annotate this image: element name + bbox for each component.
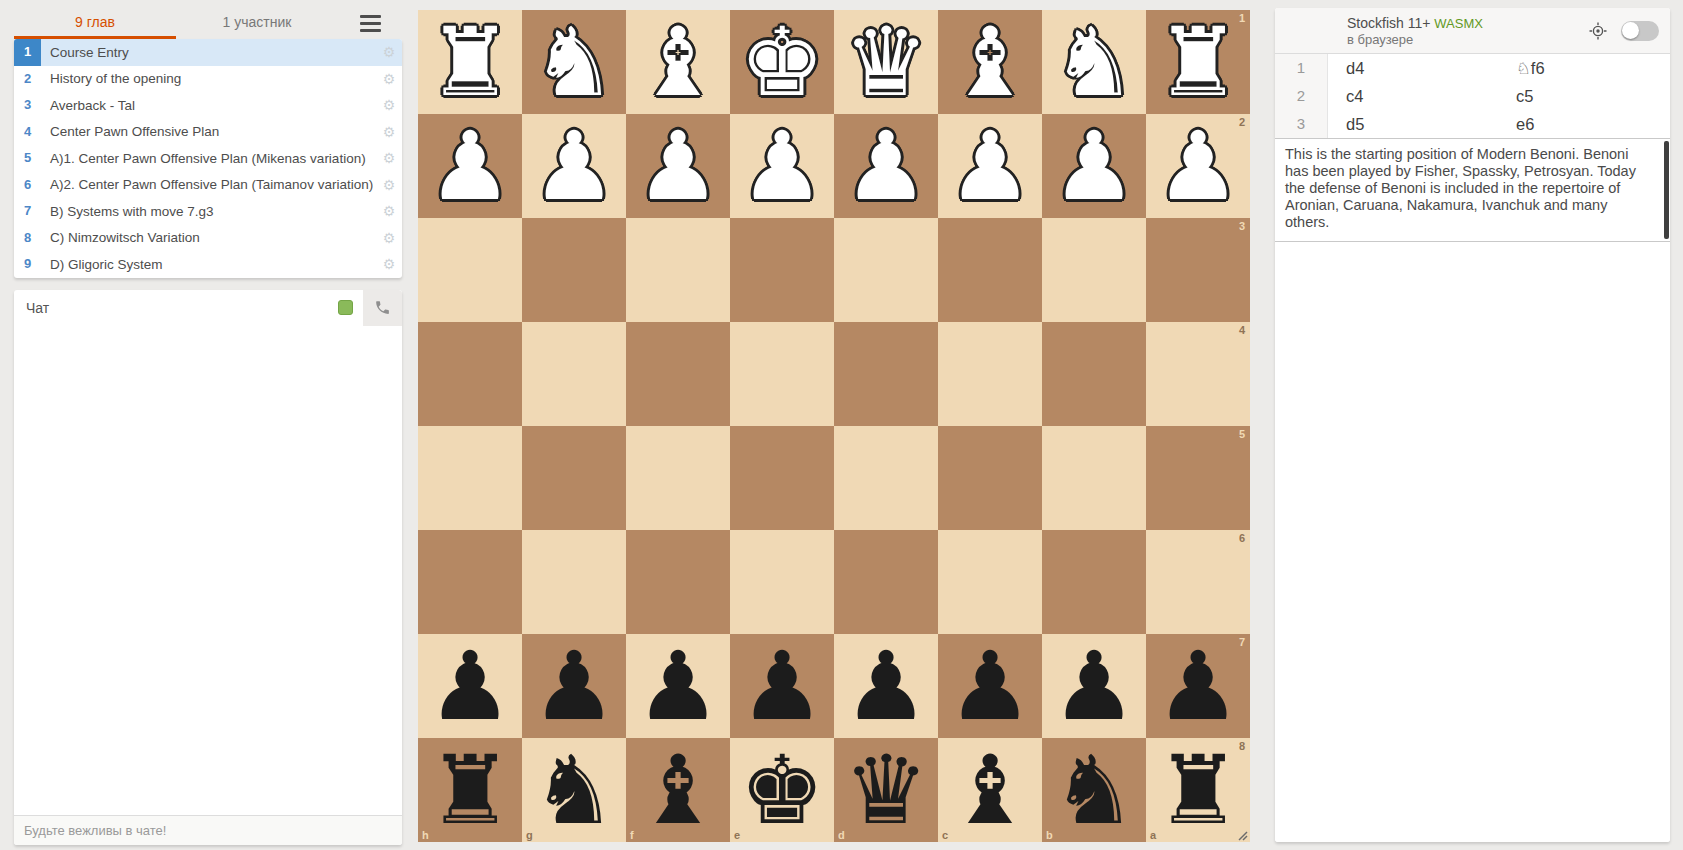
black-knight-piece[interactable]: ♞: [1051, 738, 1136, 842]
board-square[interactable]: ♞b: [1042, 738, 1146, 842]
file-label: g: [526, 829, 533, 841]
chapter-number: 5: [14, 145, 41, 172]
white-knight-piece[interactable]: ♞: [531, 10, 616, 114]
board-square[interactable]: [1042, 322, 1146, 426]
chapter-title: Averback - Tal: [41, 98, 376, 113]
black-pawn-piece[interactable]: ♟: [1155, 634, 1240, 738]
board-square[interactable]: ♞: [522, 10, 626, 114]
chapter-number: 6: [14, 172, 41, 199]
rank-label: 8: [1239, 740, 1245, 752]
board-square[interactable]: [730, 530, 834, 634]
board-square[interactable]: ♟: [1042, 634, 1146, 738]
chapter-number: 8: [14, 225, 41, 252]
board-square[interactable]: [418, 426, 522, 530]
move-black[interactable]: c5: [1512, 87, 1670, 106]
file-label: a: [1150, 829, 1156, 841]
chapter-row[interactable]: 9D) Gligoric System⚙: [14, 251, 402, 278]
rank-label: 3: [1239, 220, 1245, 232]
chapter-row[interactable]: 1Course Entry⚙: [14, 39, 402, 66]
rank-label: 2: [1239, 116, 1245, 128]
rank-label: 6: [1239, 532, 1245, 544]
chapter-number: 3: [14, 92, 41, 119]
board-square[interactable]: ♛d: [834, 738, 938, 842]
white-bishop-piece[interactable]: ♝: [947, 10, 1032, 114]
board-square[interactable]: [626, 218, 730, 322]
chapter-title: Center Pawn Offensive Plan: [41, 124, 376, 139]
board-square[interactable]: ♟: [730, 114, 834, 218]
move-number: 3: [1275, 110, 1328, 138]
black-rook-piece[interactable]: ♜: [1155, 738, 1240, 842]
analysis-empty-area: [1275, 242, 1670, 842]
chat-header: Чат: [14, 290, 402, 326]
board-square[interactable]: ♝f: [626, 738, 730, 842]
board-square[interactable]: 5: [1146, 426, 1250, 530]
board-square[interactable]: [834, 426, 938, 530]
board-square[interactable]: ♟: [522, 114, 626, 218]
chat-messages: [14, 326, 402, 816]
rank-label: 4: [1239, 324, 1245, 336]
board-square[interactable]: ♝: [938, 10, 1042, 114]
chat-toggle-checkbox[interactable]: [338, 300, 353, 315]
move-white[interactable]: c4: [1328, 87, 1512, 106]
chat-panel: Чат: [14, 290, 402, 846]
chess-board[interactable]: ♜♞♝♚♛♝♞♜1♟♟♟♟♟♟♟♟23456♟♟♟♟♟♟♟♟7♜h♞g♝f♚e♛…: [418, 10, 1250, 842]
board-square[interactable]: [938, 530, 1042, 634]
black-rook-piece[interactable]: ♜: [427, 738, 512, 842]
move-number: 1: [1275, 54, 1328, 82]
white-pawn-piece[interactable]: ♟: [843, 114, 928, 218]
chapter-row[interactable]: 4Center Pawn Offensive Plan⚙: [14, 119, 402, 146]
move-number: 2: [1275, 82, 1328, 110]
board-square[interactable]: ♟: [626, 114, 730, 218]
gear-icon[interactable]: ⚙: [376, 203, 402, 219]
chapter-title: A)2. Center Pawn Offensive Plan (Taimano…: [41, 177, 376, 192]
file-label: f: [630, 829, 634, 841]
gear-icon[interactable]: ⚙: [376, 230, 402, 246]
board-square[interactable]: [1042, 218, 1146, 322]
board-square[interactable]: ♟: [938, 114, 1042, 218]
move-row: 3d5e6: [1275, 110, 1670, 138]
chapter-title: C) Nimzowitsch Variation: [41, 230, 376, 245]
white-knight-piece[interactable]: ♞: [1051, 10, 1136, 114]
board-square[interactable]: [626, 530, 730, 634]
board-square[interactable]: [418, 530, 522, 634]
engine-name: Stockfish 11+: [1347, 15, 1430, 31]
chapter-number: 2: [14, 66, 41, 93]
white-king-piece[interactable]: ♚: [739, 10, 824, 114]
board-square[interactable]: ♚e: [730, 738, 834, 842]
move-white[interactable]: d5: [1328, 115, 1512, 134]
analysis-panel: Stockfish 11+ WASMX в браузере 1d4♘f62c4…: [1275, 8, 1670, 842]
black-knight-piece[interactable]: ♞: [531, 738, 616, 842]
engine-badge: WASMX: [1434, 16, 1483, 31]
chapter-row[interactable]: 5A)1. Center Pawn Offensive Plan (Mikena…: [14, 145, 402, 172]
gear-icon[interactable]: ⚙: [376, 44, 402, 60]
board-square[interactable]: [522, 322, 626, 426]
gear-icon[interactable]: ⚙: [376, 150, 402, 166]
board-square[interactable]: [626, 426, 730, 530]
tab-members[interactable]: 1 участник: [176, 8, 338, 39]
board-square[interactable]: ♟: [834, 634, 938, 738]
board-square[interactable]: [938, 322, 1042, 426]
black-pawn-piece[interactable]: ♟: [739, 634, 824, 738]
board-square[interactable]: [522, 530, 626, 634]
black-pawn-piece[interactable]: ♟: [947, 634, 1032, 738]
board-square[interactable]: [834, 218, 938, 322]
move-black[interactable]: e6: [1512, 115, 1670, 134]
board-square[interactable]: 3: [1146, 218, 1250, 322]
file-label: e: [734, 829, 740, 841]
white-rook-piece[interactable]: ♜: [1155, 10, 1240, 114]
board-square[interactable]: ♟: [522, 634, 626, 738]
board-square[interactable]: ♟: [730, 634, 834, 738]
rank-label: 7: [1239, 636, 1245, 648]
engine-info: Stockfish 11+ WASMX в браузере: [1347, 15, 1589, 47]
board-square[interactable]: [730, 426, 834, 530]
file-label: b: [1046, 829, 1053, 841]
engine-bar: Stockfish 11+ WASMX в браузере: [1275, 8, 1670, 54]
chapter-number: 7: [14, 198, 41, 225]
comment-scrollbar[interactable]: [1664, 141, 1669, 239]
white-queen-piece[interactable]: ♛: [843, 10, 928, 114]
board-square[interactable]: ♜h: [418, 738, 522, 842]
chapter-row[interactable]: 2History of the opening⚙: [14, 66, 402, 93]
gear-icon[interactable]: ⚙: [376, 256, 402, 272]
chapter-row[interactable]: 3Averback - Tal⚙: [14, 92, 402, 119]
board-square[interactable]: ♛: [834, 10, 938, 114]
chapter-row[interactable]: 7B) Systems with move 7.g3⚙: [14, 198, 402, 225]
chapter-row[interactable]: 8C) Nimzowitsch Variation⚙: [14, 225, 402, 252]
white-bishop-piece[interactable]: ♝: [635, 10, 720, 114]
black-pawn-piece[interactable]: ♟: [1051, 634, 1136, 738]
board-square[interactable]: ♞: [1042, 10, 1146, 114]
target-icon[interactable]: [1589, 22, 1607, 40]
board-square[interactable]: [730, 322, 834, 426]
black-queen-piece[interactable]: ♛: [843, 738, 928, 842]
white-pawn-piece[interactable]: ♟: [635, 114, 720, 218]
board-resize-handle[interactable]: [1235, 827, 1248, 840]
chapter-title: History of the opening: [41, 71, 376, 86]
board-square[interactable]: ♟: [1042, 114, 1146, 218]
phone-icon: [374, 299, 391, 316]
file-label: c: [942, 829, 948, 841]
white-pawn-piece[interactable]: ♟: [427, 114, 512, 218]
board-square[interactable]: [938, 426, 1042, 530]
chapter-title: A)1. Center Pawn Offensive Plan (Mikenas…: [41, 151, 376, 166]
board-square[interactable]: 6: [1146, 530, 1250, 634]
chapter-list: 1Course Entry⚙2History of the opening⚙3A…: [14, 39, 402, 278]
chapter-number: 4: [14, 119, 41, 146]
move-row: 1d4♘f6: [1275, 54, 1670, 82]
move-black[interactable]: ♘f6: [1512, 59, 1670, 78]
board-square[interactable]: [1042, 530, 1146, 634]
gear-icon[interactable]: ⚙: [376, 71, 402, 87]
chapter-number: 1: [14, 39, 41, 66]
board-square[interactable]: [522, 426, 626, 530]
board-square[interactable]: [522, 218, 626, 322]
chapter-title: Course Entry: [41, 45, 376, 60]
chapter-number: 9: [14, 251, 41, 278]
gear-icon[interactable]: ⚙: [376, 177, 402, 193]
sidebar-tabbar: 9 глав 1 участник: [14, 8, 402, 39]
board-square[interactable]: ♜: [418, 10, 522, 114]
white-rook-piece[interactable]: ♜: [427, 10, 512, 114]
position-comment: This is the starting position of Modern …: [1275, 138, 1670, 242]
gear-icon[interactable]: ⚙: [376, 124, 402, 140]
engine-subtitle: в браузере: [1347, 32, 1589, 47]
board-square[interactable]: [418, 322, 522, 426]
chat-input-wrap: [14, 815, 402, 845]
board-square[interactable]: ♟: [834, 114, 938, 218]
gear-icon[interactable]: ⚙: [376, 97, 402, 113]
chat-title: Чат: [14, 300, 338, 316]
white-pawn-piece[interactable]: ♟: [531, 114, 616, 218]
board-square[interactable]: ♝: [626, 10, 730, 114]
board-square[interactable]: [730, 218, 834, 322]
board-square[interactable]: ♟: [938, 634, 1042, 738]
rank-label: 1: [1239, 12, 1245, 24]
board-square[interactable]: [1042, 426, 1146, 530]
menu-icon[interactable]: [338, 8, 402, 39]
black-bishop-piece[interactable]: ♝: [947, 738, 1032, 842]
board-square[interactable]: ♟: [418, 114, 522, 218]
black-pawn-piece[interactable]: ♟: [635, 634, 720, 738]
board-square[interactable]: ♟: [418, 634, 522, 738]
chapter-title: D) Gligoric System: [41, 257, 376, 272]
board-square[interactable]: [834, 322, 938, 426]
move-list: 1d4♘f62c4c53d5e6: [1275, 54, 1670, 138]
voice-chat-button[interactable]: [363, 290, 402, 326]
black-king-piece[interactable]: ♚: [739, 738, 824, 842]
board-square[interactable]: [418, 218, 522, 322]
white-pawn-piece[interactable]: ♟: [1155, 114, 1240, 218]
chat-input[interactable]: [14, 816, 402, 845]
board-square[interactable]: ♟7: [1146, 634, 1250, 738]
move-row: 2c4c5: [1275, 82, 1670, 110]
white-pawn-piece[interactable]: ♟: [947, 114, 1032, 218]
chapter-row[interactable]: 6A)2. Center Pawn Offensive Plan (Taiman…: [14, 172, 402, 199]
board-square[interactable]: ♟: [626, 634, 730, 738]
board-square[interactable]: ♜1: [1146, 10, 1250, 114]
black-pawn-piece[interactable]: ♟: [843, 634, 928, 738]
study-sidebar: 9 глав 1 участник 1Course Entry⚙2History…: [14, 8, 402, 845]
black-bishop-piece[interactable]: ♝: [635, 738, 720, 842]
board-square[interactable]: ♚: [730, 10, 834, 114]
tab-chapters[interactable]: 9 глав: [14, 8, 176, 39]
file-label: d: [838, 829, 845, 841]
board-square[interactable]: [938, 218, 1042, 322]
board-square[interactable]: ♝c: [938, 738, 1042, 842]
board-square[interactable]: [834, 530, 938, 634]
rank-label: 5: [1239, 428, 1245, 440]
engine-toggle[interactable]: [1621, 21, 1659, 41]
file-label: h: [422, 829, 429, 841]
board-square[interactable]: ♟2: [1146, 114, 1250, 218]
board-square[interactable]: ♞g: [522, 738, 626, 842]
black-pawn-piece[interactable]: ♟: [531, 634, 616, 738]
black-pawn-piece[interactable]: ♟: [427, 634, 512, 738]
board-square[interactable]: 4: [1146, 322, 1250, 426]
white-pawn-piece[interactable]: ♟: [1051, 114, 1136, 218]
chapter-title: B) Systems with move 7.g3: [41, 204, 376, 219]
board-square[interactable]: [626, 322, 730, 426]
move-white[interactable]: d4: [1328, 59, 1512, 78]
white-pawn-piece[interactable]: ♟: [739, 114, 824, 218]
